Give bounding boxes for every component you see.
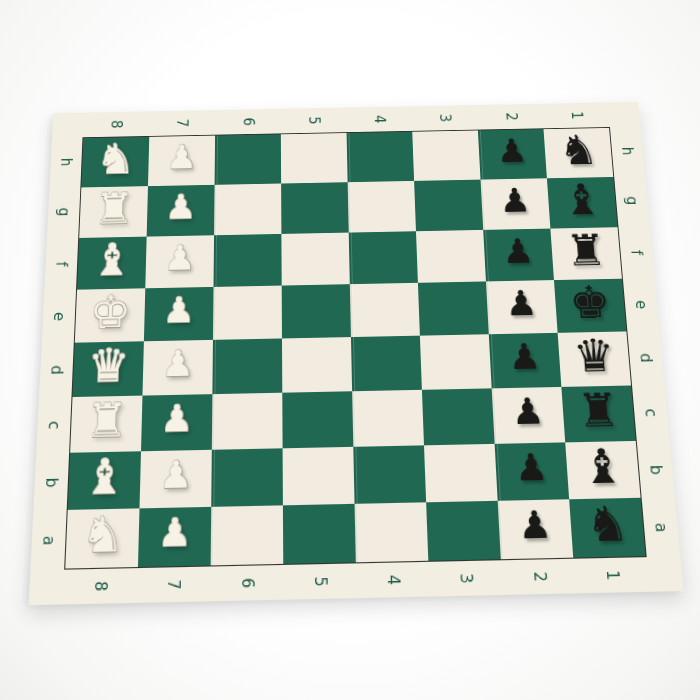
square-h7[interactable]: ♟ — [148, 136, 215, 187]
square-e5[interactable] — [282, 284, 351, 338]
square-g5[interactable] — [281, 182, 349, 234]
white-bishop-f8: ♝ — [91, 237, 133, 281]
rank-label-6-2: 6 — [229, 545, 263, 621]
file-label-a-7: a — [631, 510, 692, 545]
square-b7[interactable]: ♟ — [139, 450, 211, 509]
black-pawn-d2: ♟ — [507, 339, 542, 375]
white-king-e8: ♚ — [89, 289, 132, 334]
rank-label-5-3: 5 — [302, 544, 337, 620]
rank-label-3-5: 3 — [447, 541, 484, 617]
white-pawn-e7: ♟ — [163, 293, 196, 328]
square-d8[interactable]: ♛ — [72, 341, 143, 397]
white-rook-c8: ♜ — [85, 396, 129, 443]
square-h4[interactable] — [347, 132, 415, 182]
square-h6[interactable] — [215, 134, 282, 185]
product-photo-background: 87654321 hgfedcba ♞♟♟♞♜♟♟♝♝♟♟♜♚♟♟♚♛♟♟♛♜♟… — [0, 0, 700, 700]
black-king-e1: ♚ — [568, 279, 612, 324]
rank-label-4-4: 4 — [375, 542, 411, 618]
board-frame: ♞♟♟♞♜♟♟♝♝♟♟♜♚♟♟♚♛♟♟♛♜♟♟♜♝♟♟♝♞♟♟♞ — [64, 127, 647, 570]
square-c3[interactable] — [422, 388, 495, 445]
black-pawn-c2: ♟ — [511, 393, 546, 430]
black-pawn-f2: ♟ — [501, 234, 535, 268]
file-label-e-3: e — [612, 289, 669, 321]
file-label-d-4: d — [617, 342, 675, 375]
rank-label-8-0: 8 — [82, 548, 118, 624]
file-label-g-1: g — [604, 186, 660, 216]
square-d4[interactable] — [351, 336, 422, 392]
square-g6[interactable] — [214, 184, 281, 236]
square-b4[interactable] — [353, 445, 426, 503]
black-pawn-g2: ♟ — [498, 184, 531, 217]
square-h5[interactable] — [281, 133, 348, 183]
chess-board-mat: 87654321 hgfedcba ♞♟♟♞♜♟♟♝♝♟♟♜♚♟♟♚♛♟♟♛♜♟… — [29, 102, 684, 605]
square-g3[interactable] — [414, 180, 483, 232]
square-b3[interactable] — [424, 444, 498, 502]
square-d2[interactable]: ♟ — [489, 333, 562, 389]
square-c8[interactable]: ♜ — [70, 396, 142, 453]
white-bishop-b8: ♝ — [83, 452, 127, 501]
black-queen-d1: ♛ — [571, 332, 616, 378]
white-pawn-g7: ♟ — [165, 190, 197, 224]
white-pawn-c7: ♟ — [160, 400, 194, 437]
white-knight-h8: ♞ — [95, 138, 136, 180]
square-f5[interactable] — [281, 233, 349, 286]
square-f6[interactable] — [214, 234, 282, 287]
black-bishop-g1: ♝ — [560, 178, 603, 221]
square-g2[interactable]: ♟ — [481, 178, 551, 230]
square-f2[interactable]: ♟ — [483, 229, 554, 282]
square-c2[interactable]: ♟ — [492, 387, 566, 444]
square-h8[interactable]: ♞ — [81, 137, 149, 188]
black-pawn-e2: ♟ — [504, 286, 538, 321]
square-e8[interactable]: ♚ — [75, 288, 146, 342]
black-bishop-b1: ♝ — [579, 442, 625, 490]
square-d5[interactable] — [282, 337, 352, 393]
square-h3[interactable] — [412, 130, 480, 180]
square-e3[interactable] — [418, 281, 489, 335]
square-c5[interactable] — [282, 391, 353, 448]
rank-label-7-1: 7 — [156, 547, 191, 623]
white-queen-d8: ♛ — [87, 342, 130, 388]
white-pawn-h7: ♟ — [166, 141, 198, 174]
white-rook-g8: ♜ — [93, 187, 134, 230]
square-d3[interactable] — [420, 334, 492, 390]
white-pawn-f7: ♟ — [164, 241, 196, 275]
playing-grid: ♞♟♟♞♜♟♟♝♝♟♟♜♚♟♟♚♛♟♟♛♜♟♟♜♝♟♟♝♞♟♟♞ — [65, 128, 645, 569]
white-pawn-b7: ♟ — [159, 456, 193, 494]
black-pawn-b2: ♟ — [514, 448, 549, 486]
black-knight-h1: ♞ — [557, 129, 600, 171]
square-c4[interactable] — [352, 390, 424, 447]
rank-label-1-7: 1 — [592, 538, 632, 614]
square-f8[interactable]: ♝ — [77, 237, 147, 290]
white-pawn-d7: ♟ — [161, 346, 194, 382]
square-b6[interactable] — [211, 448, 283, 507]
square-g7[interactable]: ♟ — [147, 185, 215, 237]
square-f7[interactable]: ♟ — [145, 235, 214, 288]
square-b8[interactable]: ♝ — [68, 451, 141, 510]
file-label-b-6: b — [626, 452, 686, 486]
square-g4[interactable] — [348, 181, 416, 233]
file-label-f-2: f — [608, 237, 665, 268]
square-d6[interactable] — [212, 338, 282, 394]
black-pawn-h2: ♟ — [496, 134, 529, 167]
rank-label-2-6: 2 — [520, 539, 558, 615]
square-f3[interactable] — [416, 230, 486, 283]
file-label-h-0: h — [600, 136, 655, 166]
square-e4[interactable] — [350, 283, 420, 337]
square-g8[interactable]: ♜ — [79, 186, 148, 238]
square-b5[interactable] — [283, 447, 355, 506]
square-b2[interactable]: ♟ — [495, 442, 570, 500]
square-e6[interactable] — [213, 286, 282, 340]
square-e2[interactable]: ♟ — [486, 280, 558, 334]
file-label-c-5: c — [621, 396, 680, 429]
square-h2[interactable]: ♟ — [478, 129, 547, 179]
square-c6[interactable] — [212, 393, 283, 450]
square-c7[interactable]: ♟ — [141, 394, 212, 451]
black-rook-c1: ♜ — [575, 386, 620, 433]
square-f4[interactable] — [349, 231, 418, 284]
square-e7[interactable]: ♟ — [144, 287, 214, 341]
black-rook-f1: ♜ — [564, 228, 608, 272]
square-d7[interactable]: ♟ — [142, 340, 212, 396]
